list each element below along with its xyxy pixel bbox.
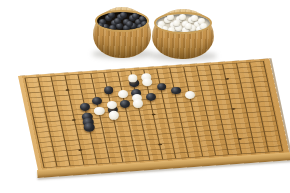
goban-cell[interactable] [228,149,242,155]
goban-cell[interactable] [83,159,97,165]
white-bowl-stone [173,20,180,26]
white-bowl-stone [179,14,186,20]
black-bowl-stone [141,21,148,27]
white-bowl-opening [154,12,211,34]
black-stone-bowl[interactable] [93,7,151,58]
go-set-scene [0,0,290,193]
black-bowl-stone [114,18,121,24]
black-bowl-opening [95,10,148,32]
black-bowl-stone [108,12,115,18]
white-bowl-stone [168,27,175,33]
goban-cell[interactable] [268,146,282,152]
goban-cell[interactable] [123,156,137,162]
goban-cell[interactable] [57,161,71,167]
goban-cell[interactable] [202,151,216,157]
goban-cell[interactable] [96,158,110,164]
white-bowl-stone [191,15,198,21]
black-bowl-stone [126,21,133,27]
black-bowl-stone [109,25,116,31]
goban-cell[interactable] [162,153,176,159]
goban-cell[interactable] [43,162,57,168]
white-stone-bowl[interactable] [152,9,214,59]
goban-cell[interactable] [70,160,84,166]
black-stone[interactable] [171,87,181,95]
white-stone[interactable] [118,90,128,98]
black-bowl-stone [132,13,139,19]
black-stone[interactable] [92,97,102,105]
white-stone[interactable] [128,75,137,83]
white-stone[interactable] [185,91,195,99]
black-stone[interactable] [146,94,156,102]
black-stone[interactable] [104,86,114,94]
black-bowl-stone [120,12,127,18]
black-stone[interactable] [157,83,167,91]
goban-cell[interactable] [255,147,269,153]
white-stone[interactable] [143,79,153,87]
goban-cell[interactable] [136,155,150,161]
goban-cell[interactable] [241,148,255,154]
white-bowl-stone [185,23,192,29]
white-bowl-stone [156,25,163,31]
black-bowl-stone [97,23,104,29]
white-bowl-stone [200,23,207,29]
goban-cell[interactable] [109,157,123,163]
black-stone[interactable] [84,123,95,132]
white-bowl-stone [167,14,174,20]
goban-cell[interactable] [175,152,189,158]
goban-cell[interactable] [149,154,163,160]
goban-cell[interactable] [215,150,229,156]
goban-cell[interactable] [189,151,203,157]
go-board[interactable] [18,58,289,170]
